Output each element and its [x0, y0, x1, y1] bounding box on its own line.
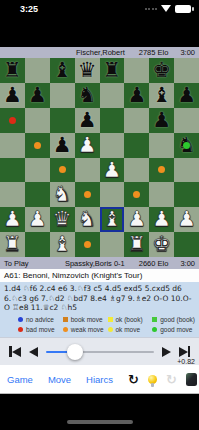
home-area: [0, 394, 199, 430]
square-h5[interactable]: ♞: [174, 133, 199, 158]
square-a2[interactable]: ♟: [0, 207, 25, 232]
advice-dot-weak-move: [84, 241, 91, 248]
top-player-bar: Fischer,Robert 2785 Elo 3:00: [0, 47, 199, 58]
square-d5[interactable]: ♟: [75, 133, 100, 158]
square-c2[interactable]: ♛: [50, 207, 75, 232]
square-c1[interactable]: ♝: [50, 232, 75, 257]
skip-to-start-button[interactable]: [9, 346, 21, 357]
white-pawn[interactable]: ♟: [127, 207, 146, 232]
white-rook[interactable]: ♜: [3, 232, 22, 257]
advice-dot-good-move: [183, 142, 190, 149]
top-player-clock: 3:00: [180, 48, 195, 57]
square-c7[interactable]: [50, 83, 75, 108]
hint-bulb-icon[interactable]: [148, 375, 157, 384]
square-h7[interactable]: ♟: [174, 83, 199, 108]
bottom-player-name: Spassky,Boris 0-1: [65, 259, 125, 268]
square-h3[interactable]: [174, 182, 199, 207]
square-f3[interactable]: [124, 182, 149, 207]
refresh-icon[interactable]: ↻: [128, 373, 139, 386]
square-f6[interactable]: [124, 108, 149, 133]
square-b2[interactable]: ♟: [25, 207, 50, 232]
screen: 3:25 Fischer,Robert 2785 Elo 3:00 ♜♝♛♜♚♟…: [0, 0, 199, 430]
square-e2[interactable]: ♝: [100, 207, 125, 232]
square-c5[interactable]: ♟: [50, 133, 75, 158]
square-f7[interactable]: ♟: [124, 83, 149, 108]
legend-item: book move: [63, 314, 108, 325]
top-player-elo: 2785 Elo: [139, 48, 169, 57]
square-h4[interactable]: [174, 158, 199, 183]
black-knight[interactable]: ♞: [78, 83, 97, 108]
legend-marker-icon: [63, 327, 68, 332]
square-e7[interactable]: [100, 83, 125, 108]
advice-dot-weak-move: [59, 166, 66, 173]
legend-label: bad move: [26, 326, 55, 333]
black-bishop[interactable]: ♝: [53, 58, 72, 83]
square-e4[interactable]: ♟: [100, 158, 125, 183]
move-list[interactable]: 1.d4 ♘f6 2.c4 e6 3.♘f3 c5 4.d5 exd5 5.cx…: [0, 282, 199, 312]
square-c3[interactable]: ♞: [50, 182, 75, 207]
engine-evaluation: +0.82: [177, 358, 195, 365]
square-e1[interactable]: [100, 232, 125, 257]
square-a6[interactable]: [0, 108, 25, 133]
bottom-player-elo: 2660 Elo: [139, 259, 169, 268]
square-e5[interactable]: [100, 133, 125, 158]
refresh-disabled-icon: ↻: [166, 373, 177, 386]
square-a1[interactable]: ♜: [0, 232, 25, 257]
square-e8[interactable]: ♜: [100, 58, 125, 83]
square-c8[interactable]: ♝: [50, 58, 75, 83]
advice-legend: no advicebook moveok (book)good (book)ba…: [0, 312, 199, 337]
white-pawn[interactable]: ♟: [28, 207, 47, 232]
wifi-icon: [161, 5, 171, 12]
status-time: 3:25: [20, 4, 38, 14]
square-f1[interactable]: ♜: [124, 232, 149, 257]
square-g5[interactable]: [149, 133, 174, 158]
playback-controls: +0.82: [0, 337, 199, 365]
legend-marker-icon: [108, 327, 113, 332]
advice-dot-weak-move: [84, 191, 91, 198]
legend-item: good (book): [152, 314, 197, 325]
square-g7[interactable]: ♝: [149, 83, 174, 108]
square-b4[interactable]: [25, 158, 50, 183]
white-knight[interactable]: ♞: [78, 207, 97, 232]
cellular-signal-icon: [145, 8, 158, 10]
next-move-button[interactable]: [162, 347, 171, 357]
legend-item: no advice: [18, 314, 63, 325]
square-d3[interactable]: [75, 182, 100, 207]
black-pawn[interactable]: ♟: [177, 83, 196, 108]
legend-label: good (book): [160, 316, 195, 323]
slider-thumb[interactable]: [67, 344, 83, 360]
square-a3[interactable]: [0, 182, 25, 207]
white-bishop[interactable]: ♝: [53, 232, 72, 257]
legend-label: weak move: [71, 326, 104, 333]
black-rook[interactable]: ♜: [3, 58, 22, 83]
game-menu-button[interactable]: Game: [7, 374, 33, 385]
legend-item: ok (book): [108, 314, 153, 325]
white-pawn[interactable]: ♟: [3, 207, 22, 232]
skip-to-end-button[interactable]: [179, 346, 191, 357]
legend-label: good move: [160, 326, 192, 333]
battery-icon: [175, 5, 191, 13]
legend-item: bad move: [18, 325, 63, 336]
square-e6[interactable]: [100, 108, 125, 133]
white-pawn[interactable]: ♟: [103, 158, 122, 183]
legend-item: ok move: [108, 325, 153, 336]
legend-marker-icon: [63, 317, 68, 322]
move-menu-button[interactable]: Move: [48, 374, 71, 385]
square-d6[interactable]: ♟: [75, 108, 100, 133]
square-e3[interactable]: [100, 182, 125, 207]
square-b6[interactable]: [25, 108, 50, 133]
legend-item: good move: [152, 325, 197, 336]
legend-marker-icon: [18, 327, 23, 332]
game-position-slider[interactable]: [46, 344, 154, 360]
status-icons: [145, 5, 192, 13]
square-h6[interactable]: [174, 108, 199, 133]
square-b5[interactable]: [25, 133, 50, 158]
square-g3[interactable]: [149, 182, 174, 207]
white-queen[interactable]: ♛: [53, 207, 72, 232]
square-g1[interactable]: ♚: [149, 232, 174, 257]
black-pawn[interactable]: ♟: [28, 83, 47, 108]
black-pawn[interactable]: ♟: [127, 83, 146, 108]
advice-dot-weak-move: [34, 142, 41, 149]
bottom-player-bar: To Play Spassky,Boris 0-1 2660 Elo 3:00: [0, 257, 199, 269]
square-g2[interactable]: ♟: [149, 207, 174, 232]
square-c6[interactable]: [50, 108, 75, 133]
square-a7[interactable]: ♟: [0, 83, 25, 108]
square-d4[interactable]: [75, 158, 100, 183]
legend-item: weak move: [63, 325, 108, 336]
chess-board[interactable]: ♜♝♛♜♚♟♟♞♟♝♟♟♟♟♟♞♟♞♟♟♛♞♝♟♟♟♜♝♜♚: [0, 58, 199, 257]
advice-dot-bad-move: [9, 117, 16, 124]
white-bishop[interactable]: ♝: [103, 207, 122, 232]
square-f2[interactable]: ♟: [124, 207, 149, 232]
legend-marker-icon: [152, 327, 157, 332]
white-knight[interactable]: ♞: [53, 182, 72, 207]
white-pawn[interactable]: ♟: [152, 207, 171, 232]
advice-dot-weak-move: [133, 191, 140, 198]
previous-move-button[interactable]: [29, 347, 38, 357]
square-f8[interactable]: [124, 58, 149, 83]
opening-name: A61: Benoni, Nimzovich (Knight's Tour): [0, 269, 199, 282]
white-rook[interactable]: ♜: [127, 232, 146, 257]
square-f5[interactable]: [124, 133, 149, 158]
black-pawn[interactable]: ♟: [78, 108, 97, 133]
legend-marker-icon: [152, 317, 157, 322]
to-play-label: To Play: [4, 259, 29, 268]
square-a5[interactable]: [0, 133, 25, 158]
black-pawn[interactable]: ♟: [152, 108, 171, 133]
square-d7[interactable]: ♞: [75, 83, 100, 108]
square-h8[interactable]: [174, 58, 199, 83]
black-queen[interactable]: ♛: [78, 58, 97, 83]
top-player-name: Fischer,Robert: [76, 48, 125, 57]
status-bar: 3:25: [0, 0, 199, 47]
legend-label: ok (book): [116, 316, 143, 323]
white-pawn[interactable]: ♟: [78, 133, 97, 158]
square-f4[interactable]: [124, 158, 149, 183]
square-b1[interactable]: [25, 232, 50, 257]
black-bishop[interactable]: ♝: [152, 83, 171, 108]
white-pawn[interactable]: ♟: [177, 207, 196, 232]
square-h2[interactable]: ♟: [174, 207, 199, 232]
black-pawn[interactable]: ♟: [53, 133, 72, 158]
white-king[interactable]: ♚: [152, 232, 171, 257]
square-d2[interactable]: ♞: [75, 207, 100, 232]
square-b8[interactable]: [25, 58, 50, 83]
advice-dot-weak-move: [158, 166, 165, 173]
square-g8[interactable]: ♚: [149, 58, 174, 83]
legend-marker-icon: [18, 317, 23, 322]
legend-marker-icon: [108, 317, 113, 322]
black-pawn[interactable]: ♟: [3, 83, 22, 108]
legend-label: book move: [71, 316, 103, 323]
square-b3[interactable]: [25, 182, 50, 207]
square-g4[interactable]: [149, 158, 174, 183]
square-a8[interactable]: ♜: [0, 58, 25, 83]
square-a4[interactable]: [0, 158, 25, 183]
legend-label: ok move: [116, 326, 141, 333]
square-h1[interactable]: [174, 232, 199, 257]
black-rook[interactable]: ♜: [103, 58, 122, 83]
bottom-toolbar: Game Move Hiarcs ↻ ↻: [0, 365, 199, 394]
black-king[interactable]: ♚: [152, 58, 171, 83]
square-d8[interactable]: ♛: [75, 58, 100, 83]
legend-label: no advice: [26, 316, 54, 323]
square-g6[interactable]: ♟: [149, 108, 174, 133]
square-c4[interactable]: [50, 158, 75, 183]
opening-book-icon[interactable]: [186, 373, 197, 386]
square-d1[interactable]: [75, 232, 100, 257]
square-b7[interactable]: ♟: [25, 83, 50, 108]
home-indicator[interactable]: [67, 420, 133, 424]
bottom-player-clock: 3:00: [180, 259, 195, 268]
hiarcs-menu-button[interactable]: Hiarcs: [86, 374, 113, 385]
